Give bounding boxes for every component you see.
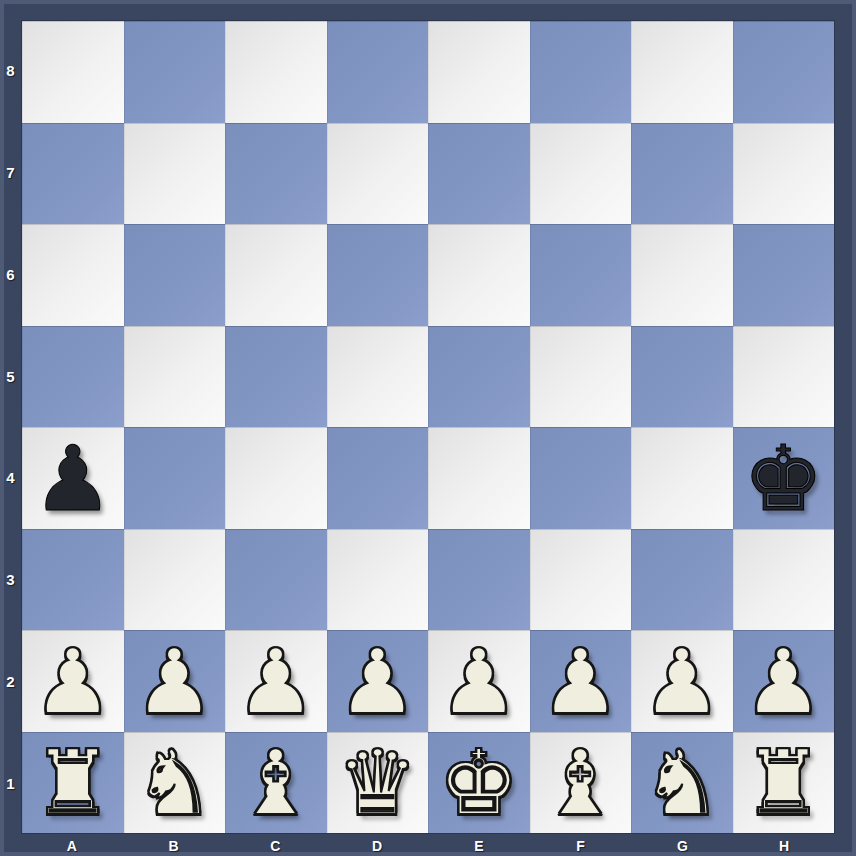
square-f8[interactable] [530, 21, 632, 123]
square-g6[interactable] [631, 224, 733, 326]
white-bishop[interactable]: ♝ [540, 738, 621, 828]
square-c8[interactable] [225, 21, 327, 123]
square-g4[interactable] [631, 427, 733, 529]
square-b7[interactable] [124, 123, 226, 225]
chess-board-frame: 87654321 ♟♚♟♟♟♟♟♟♟♟♜♞♝♛♚♝♞♜ ABCDEFGH [0, 0, 856, 856]
white-rook[interactable]: ♜ [743, 738, 824, 828]
square-b6[interactable] [124, 224, 226, 326]
file-label-f: F [530, 835, 632, 856]
square-g2[interactable]: ♟ [631, 630, 733, 732]
rank-label-4: 4 [0, 427, 21, 529]
white-knight[interactable]: ♞ [641, 738, 722, 828]
square-e7[interactable] [428, 123, 530, 225]
square-e2[interactable]: ♟ [428, 630, 530, 732]
rank-label-2: 2 [0, 631, 21, 733]
square-b8[interactable] [124, 21, 226, 123]
square-a5[interactable] [22, 326, 124, 428]
square-f2[interactable]: ♟ [530, 630, 632, 732]
square-f7[interactable] [530, 123, 632, 225]
square-e5[interactable] [428, 326, 530, 428]
white-pawn[interactable]: ♟ [32, 637, 113, 727]
square-b3[interactable] [124, 529, 226, 631]
rank-label-6: 6 [0, 224, 21, 326]
square-h4[interactable]: ♚ [733, 427, 835, 529]
square-d2[interactable]: ♟ [327, 630, 429, 732]
rank-label-7: 7 [0, 122, 21, 224]
white-pawn[interactable]: ♟ [235, 637, 316, 727]
file-label-g: G [632, 835, 734, 856]
file-label-c: C [225, 835, 327, 856]
file-labels: ABCDEFGH [21, 835, 835, 856]
square-b4[interactable] [124, 427, 226, 529]
square-d7[interactable] [327, 123, 429, 225]
square-h3[interactable] [733, 529, 835, 631]
square-a1[interactable]: ♜ [22, 732, 124, 834]
rank-labels: 87654321 [0, 20, 21, 834]
white-pawn[interactable]: ♟ [438, 637, 519, 727]
square-g5[interactable] [631, 326, 733, 428]
square-c7[interactable] [225, 123, 327, 225]
square-c5[interactable] [225, 326, 327, 428]
board: ♟♚♟♟♟♟♟♟♟♟♜♞♝♛♚♝♞♜ [21, 20, 835, 834]
white-bishop[interactable]: ♝ [235, 738, 316, 828]
square-h2[interactable]: ♟ [733, 630, 835, 732]
square-c3[interactable] [225, 529, 327, 631]
white-pawn[interactable]: ♟ [540, 637, 621, 727]
square-e1[interactable]: ♚ [428, 732, 530, 834]
file-label-d: D [326, 835, 428, 856]
white-pawn[interactable]: ♟ [134, 637, 215, 727]
square-b5[interactable] [124, 326, 226, 428]
white-pawn[interactable]: ♟ [743, 637, 824, 727]
square-g7[interactable] [631, 123, 733, 225]
square-a8[interactable] [22, 21, 124, 123]
square-g8[interactable] [631, 21, 733, 123]
square-f1[interactable]: ♝ [530, 732, 632, 834]
white-rook[interactable]: ♜ [32, 738, 113, 828]
square-e6[interactable] [428, 224, 530, 326]
file-label-h: H [733, 835, 835, 856]
white-pawn[interactable]: ♟ [337, 637, 418, 727]
square-g1[interactable]: ♞ [631, 732, 733, 834]
rank-label-3: 3 [0, 529, 21, 631]
rank-label-8: 8 [0, 20, 21, 122]
square-e3[interactable] [428, 529, 530, 631]
square-e4[interactable] [428, 427, 530, 529]
rank-label-1: 1 [0, 732, 21, 834]
square-e8[interactable] [428, 21, 530, 123]
square-d4[interactable] [327, 427, 429, 529]
square-d5[interactable] [327, 326, 429, 428]
square-f6[interactable] [530, 224, 632, 326]
square-h1[interactable]: ♜ [733, 732, 835, 834]
white-queen[interactable]: ♛ [337, 738, 418, 828]
square-d1[interactable]: ♛ [327, 732, 429, 834]
square-h8[interactable] [733, 21, 835, 123]
square-b2[interactable]: ♟ [124, 630, 226, 732]
square-a6[interactable] [22, 224, 124, 326]
square-f4[interactable] [530, 427, 632, 529]
square-h7[interactable] [733, 123, 835, 225]
file-label-b: B [123, 835, 225, 856]
square-b1[interactable]: ♞ [124, 732, 226, 834]
square-a3[interactable] [22, 529, 124, 631]
square-d6[interactable] [327, 224, 429, 326]
square-h5[interactable] [733, 326, 835, 428]
square-c6[interactable] [225, 224, 327, 326]
square-c2[interactable]: ♟ [225, 630, 327, 732]
white-king[interactable]: ♚ [438, 738, 519, 828]
square-c4[interactable] [225, 427, 327, 529]
rank-label-5: 5 [0, 325, 21, 427]
white-pawn[interactable]: ♟ [641, 637, 722, 727]
square-g3[interactable] [631, 529, 733, 631]
square-a7[interactable] [22, 123, 124, 225]
black-pawn[interactable]: ♟ [32, 434, 113, 524]
square-f3[interactable] [530, 529, 632, 631]
square-h6[interactable] [733, 224, 835, 326]
white-knight[interactable]: ♞ [134, 738, 215, 828]
square-d8[interactable] [327, 21, 429, 123]
file-label-a: A [21, 835, 123, 856]
black-king[interactable]: ♚ [743, 434, 824, 524]
square-a2[interactable]: ♟ [22, 630, 124, 732]
square-f5[interactable] [530, 326, 632, 428]
square-a4[interactable]: ♟ [22, 427, 124, 529]
file-label-e: E [428, 835, 530, 856]
square-c1[interactable]: ♝ [225, 732, 327, 834]
square-d3[interactable] [327, 529, 429, 631]
